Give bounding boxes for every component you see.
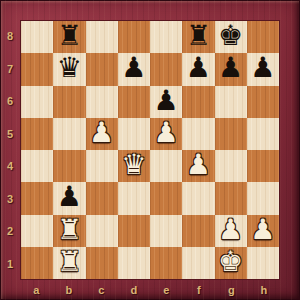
square-h5[interactable] [247, 118, 279, 150]
piece-br-b8[interactable]: ♜ [57, 22, 82, 50]
piece-bp-e6[interactable]: ♟ [154, 87, 179, 115]
square-d1[interactable] [118, 247, 150, 279]
chessboard-frame: 8 7 6 5 4 3 2 1 ♜♜♚♛♟♟♟♟♟♟♟♛♟♟♜♟♟♜♚ a b … [0, 0, 300, 300]
piece-bp-f7[interactable]: ♟ [186, 54, 211, 82]
piece-wp-g2[interactable]: ♟ [218, 216, 243, 244]
rank-label-3: 3 [0, 183, 20, 216]
square-d5[interactable] [118, 118, 150, 150]
square-c5[interactable]: ♟ [86, 118, 118, 150]
square-e4[interactable] [150, 150, 182, 182]
rank-label-2: 2 [0, 215, 20, 248]
square-b6[interactable] [53, 86, 85, 118]
piece-br-f8[interactable]: ♜ [186, 22, 211, 50]
piece-wp-e5[interactable]: ♟ [154, 119, 179, 147]
square-g2[interactable]: ♟ [215, 215, 247, 247]
square-g3[interactable] [215, 182, 247, 214]
file-label-e: e [150, 280, 183, 300]
square-f7[interactable]: ♟ [182, 53, 214, 85]
piece-bp-g7[interactable]: ♟ [218, 54, 243, 82]
square-h2[interactable]: ♟ [247, 215, 279, 247]
square-d2[interactable] [118, 215, 150, 247]
square-g7[interactable]: ♟ [215, 53, 247, 85]
square-b3[interactable]: ♟ [53, 182, 85, 214]
square-g8[interactable]: ♚ [215, 21, 247, 53]
square-f1[interactable] [182, 247, 214, 279]
rank-label-8: 8 [0, 20, 20, 53]
rank-label-5: 5 [0, 118, 20, 151]
rank-label-1: 1 [0, 248, 20, 281]
square-f4[interactable]: ♟ [182, 150, 214, 182]
piece-wr-b2[interactable]: ♜ [57, 216, 82, 244]
rank-label-7: 7 [0, 53, 20, 86]
square-g1[interactable]: ♚ [215, 247, 247, 279]
square-h3[interactable] [247, 182, 279, 214]
square-c7[interactable] [86, 53, 118, 85]
square-g4[interactable] [215, 150, 247, 182]
file-label-h: h [248, 280, 281, 300]
square-e6[interactable]: ♟ [150, 86, 182, 118]
square-e1[interactable] [150, 247, 182, 279]
file-labels: a b c d e f g h [20, 280, 280, 300]
piece-wq-d4[interactable]: ♛ [121, 151, 146, 179]
square-c1[interactable] [86, 247, 118, 279]
square-c4[interactable] [86, 150, 118, 182]
square-c3[interactable] [86, 182, 118, 214]
square-a6[interactable] [21, 86, 53, 118]
square-d7[interactable]: ♟ [118, 53, 150, 85]
piece-wp-c5[interactable]: ♟ [89, 119, 114, 147]
piece-wp-h2[interactable]: ♟ [250, 216, 275, 244]
square-d8[interactable] [118, 21, 150, 53]
square-b7[interactable]: ♛ [53, 53, 85, 85]
square-g6[interactable] [215, 86, 247, 118]
file-label-g: g [215, 280, 248, 300]
square-c8[interactable] [86, 21, 118, 53]
square-d6[interactable] [118, 86, 150, 118]
square-h8[interactable] [247, 21, 279, 53]
rank-labels: 8 7 6 5 4 3 2 1 [0, 20, 20, 280]
rank-label-4: 4 [0, 150, 20, 183]
square-h4[interactable] [247, 150, 279, 182]
square-a2[interactable] [21, 215, 53, 247]
square-b5[interactable] [53, 118, 85, 150]
file-label-d: d [118, 280, 151, 300]
square-e7[interactable] [150, 53, 182, 85]
square-e8[interactable] [150, 21, 182, 53]
file-label-c: c [85, 280, 118, 300]
square-h6[interactable] [247, 86, 279, 118]
square-f8[interactable]: ♜ [182, 21, 214, 53]
square-e2[interactable] [150, 215, 182, 247]
square-f5[interactable] [182, 118, 214, 150]
square-f2[interactable] [182, 215, 214, 247]
square-g5[interactable] [215, 118, 247, 150]
square-a5[interactable] [21, 118, 53, 150]
square-d4[interactable]: ♛ [118, 150, 150, 182]
square-c6[interactable] [86, 86, 118, 118]
piece-wp-f4[interactable]: ♟ [186, 151, 211, 179]
piece-bp-d7[interactable]: ♟ [121, 54, 146, 82]
piece-bk-g8[interactable]: ♚ [218, 22, 243, 50]
rank-label-6: 6 [0, 85, 20, 118]
piece-bp-b3[interactable]: ♟ [57, 183, 82, 211]
square-b2[interactable]: ♜ [53, 215, 85, 247]
square-d3[interactable] [118, 182, 150, 214]
file-label-b: b [53, 280, 86, 300]
square-a4[interactable] [21, 150, 53, 182]
piece-wk-g1[interactable]: ♚ [218, 248, 243, 276]
square-h7[interactable]: ♟ [247, 53, 279, 85]
piece-bq-b7[interactable]: ♛ [57, 54, 82, 82]
square-f6[interactable] [182, 86, 214, 118]
square-a3[interactable] [21, 182, 53, 214]
square-e3[interactable] [150, 182, 182, 214]
file-label-f: f [183, 280, 216, 300]
square-c2[interactable] [86, 215, 118, 247]
piece-bp-h7[interactable]: ♟ [250, 54, 275, 82]
piece-wr-b1[interactable]: ♜ [57, 248, 82, 276]
square-f3[interactable] [182, 182, 214, 214]
square-e5[interactable]: ♟ [150, 118, 182, 150]
square-h1[interactable] [247, 247, 279, 279]
square-b1[interactable]: ♜ [53, 247, 85, 279]
square-a8[interactable] [21, 21, 53, 53]
square-b4[interactable] [53, 150, 85, 182]
file-label-a: a [20, 280, 53, 300]
square-b8[interactable]: ♜ [53, 21, 85, 53]
chess-board: ♜♜♚♛♟♟♟♟♟♟♟♛♟♟♜♟♟♜♚ [20, 20, 280, 280]
square-a7[interactable] [21, 53, 53, 85]
square-a1[interactable] [21, 247, 53, 279]
